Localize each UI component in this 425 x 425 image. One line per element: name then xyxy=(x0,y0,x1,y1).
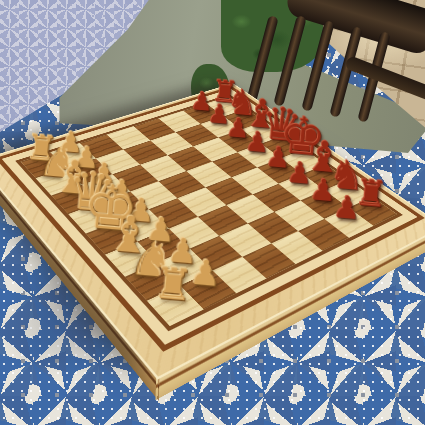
chess-board: ♜♞♝♛♚♝♞♜♟♟♟♟♟♟♟♟♟♟♟♟♟♟♟♟♜♞♝♛♚♝♞♜ xyxy=(0,83,425,380)
piece-black-pawn: ♟ xyxy=(310,190,384,227)
board-frame: ♜♞♝♛♚♝♞♜♟♟♟♟♟♟♟♟♟♟♟♟♟♟♟♟♜♞♝♛♚♝♞♜ xyxy=(0,83,425,380)
square-h7: ♟ xyxy=(324,207,374,237)
square-h1: ♜ xyxy=(147,285,204,326)
piece-white-rook: ♜ xyxy=(129,260,216,310)
board-scene: ♜♞♝♛♚♝♞♜♟♟♟♟♟♟♟♟♟♟♟♟♟♟♟♟♜♞♝♛♚♝♞♜ xyxy=(0,0,425,425)
chess-set-photo: ♜♞♝♛♚♝♞♜♟♟♟♟♟♟♟♟♟♟♟♟♟♟♟♟♜♞♝♛♚♝♞♜ xyxy=(0,0,425,425)
square-h6 xyxy=(298,219,349,251)
